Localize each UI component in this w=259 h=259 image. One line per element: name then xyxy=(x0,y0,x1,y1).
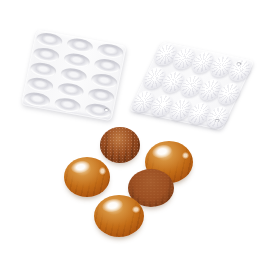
swirl-ridges xyxy=(64,157,110,197)
mold-cavity xyxy=(36,31,64,49)
product-photo-stage xyxy=(0,0,259,259)
mold-cavity xyxy=(93,57,121,75)
mold-cavity xyxy=(63,51,91,69)
mold-cavity xyxy=(90,72,118,90)
mold-cavity xyxy=(57,82,85,100)
swirl-ridges xyxy=(94,195,144,237)
mold-cavity-side xyxy=(21,29,127,121)
mold-cavity xyxy=(26,76,54,94)
dessert-caramel-bottom xyxy=(94,195,144,237)
mold-cavity xyxy=(60,66,88,84)
mold-cavity xyxy=(96,42,124,60)
mold-cavity xyxy=(23,91,51,109)
mold-cavity xyxy=(29,61,57,79)
mold-cavity xyxy=(53,97,81,115)
mold-cavity xyxy=(33,46,61,64)
dessert-cocoa-swirl xyxy=(100,127,140,163)
swirl-ridges xyxy=(100,127,140,163)
mold-cavity xyxy=(87,87,115,105)
dessert-caramel-left xyxy=(64,157,110,197)
mold-dome-side xyxy=(129,41,255,130)
mold-cavity xyxy=(66,36,94,54)
